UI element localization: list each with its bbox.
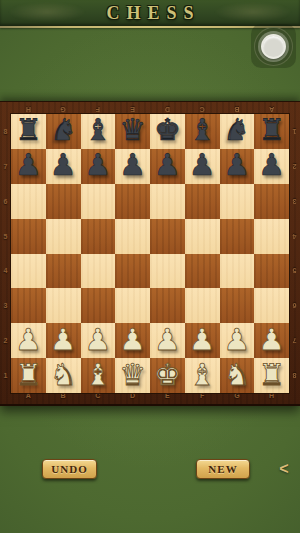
square-b1[interactable]: ♞ bbox=[46, 358, 81, 393]
square-d8[interactable]: ♛ bbox=[115, 114, 150, 149]
file-label: C bbox=[81, 392, 116, 402]
square-b5[interactable] bbox=[46, 219, 81, 254]
piece-white-bishop[interactable]: ♝ bbox=[189, 360, 216, 390]
piece-black-rook[interactable]: ♜ bbox=[15, 115, 42, 145]
piece-black-knight[interactable]: ♞ bbox=[223, 115, 250, 145]
square-b6[interactable] bbox=[46, 184, 81, 219]
square-b8[interactable]: ♞ bbox=[46, 114, 81, 149]
piece-white-pawn[interactable]: ♟ bbox=[223, 325, 250, 355]
square-h2[interactable]: ♟ bbox=[254, 323, 289, 358]
chess-board: ABCDEFGH 87654321 87654321 ABCDEFGH ♜♞♝♛… bbox=[0, 101, 300, 406]
piece-white-pawn[interactable]: ♟ bbox=[15, 325, 42, 355]
file-labels-bottom: ABCDEFGH bbox=[11, 392, 289, 402]
piece-black-pawn[interactable]: ♟ bbox=[154, 150, 181, 180]
square-h4[interactable] bbox=[254, 254, 289, 289]
square-c7[interactable]: ♟ bbox=[81, 149, 116, 184]
file-label: B bbox=[46, 392, 81, 402]
file-label: F bbox=[185, 392, 220, 402]
piece-black-pawn[interactable]: ♟ bbox=[223, 150, 250, 180]
rank-label: 7 bbox=[0, 149, 11, 184]
piece-black-queen[interactable]: ♛ bbox=[119, 115, 146, 145]
file-label: E bbox=[150, 392, 185, 402]
square-e7[interactable]: ♟ bbox=[150, 149, 185, 184]
chevron-left-icon[interactable]: < bbox=[275, 459, 293, 479]
piece-white-bishop[interactable]: ♝ bbox=[84, 360, 111, 390]
square-f3[interactable] bbox=[185, 288, 220, 323]
piece-black-rook[interactable]: ♜ bbox=[258, 115, 285, 145]
square-d1[interactable]: ♛ bbox=[115, 358, 150, 393]
app-header: CHESS bbox=[0, 0, 300, 26]
square-f7[interactable]: ♟ bbox=[185, 149, 220, 184]
rank-label: 4 bbox=[289, 219, 300, 254]
square-f5[interactable] bbox=[185, 219, 220, 254]
piece-black-pawn[interactable]: ♟ bbox=[84, 150, 111, 180]
turn-indicator-ring bbox=[254, 27, 293, 66]
file-label: A bbox=[11, 392, 46, 402]
square-b2[interactable]: ♟ bbox=[46, 323, 81, 358]
rank-label: 7 bbox=[289, 323, 300, 358]
rank-label: 6 bbox=[0, 184, 11, 219]
rank-label: 6 bbox=[289, 288, 300, 323]
rank-label: 5 bbox=[289, 254, 300, 289]
square-e5[interactable] bbox=[150, 219, 185, 254]
piece-black-pawn[interactable]: ♟ bbox=[258, 150, 285, 180]
square-c5[interactable] bbox=[81, 219, 116, 254]
square-h8[interactable]: ♜ bbox=[254, 114, 289, 149]
piece-black-pawn[interactable]: ♟ bbox=[15, 150, 42, 180]
file-label: H bbox=[254, 392, 289, 402]
chess-app-screen: CHESS ABCDEFGH 87654321 87654321 ABCDEFG… bbox=[0, 0, 300, 533]
square-g7[interactable]: ♟ bbox=[220, 149, 255, 184]
file-label: G bbox=[220, 392, 255, 402]
square-c2[interactable]: ♟ bbox=[81, 323, 116, 358]
square-d7[interactable]: ♟ bbox=[115, 149, 150, 184]
rank-label: 8 bbox=[289, 358, 300, 393]
rank-label: 8 bbox=[0, 114, 11, 149]
page-title: CHESS bbox=[0, 3, 300, 24]
square-h1[interactable]: ♜ bbox=[254, 358, 289, 393]
rank-label: 4 bbox=[0, 254, 11, 289]
board-squares: ♜♞♝♛♚♝♞♜♟♟♟♟♟♟♟♟♟♟♟♟♟♟♟♟♜♞♝♛♚♝♞♜ bbox=[11, 114, 289, 393]
square-d6[interactable] bbox=[115, 184, 150, 219]
square-g6[interactable] bbox=[220, 184, 255, 219]
square-e3[interactable] bbox=[150, 288, 185, 323]
square-h3[interactable] bbox=[254, 288, 289, 323]
piece-white-rook[interactable]: ♜ bbox=[15, 360, 42, 390]
square-e6[interactable] bbox=[150, 184, 185, 219]
square-d4[interactable] bbox=[115, 254, 150, 289]
square-c6[interactable] bbox=[81, 184, 116, 219]
square-h6[interactable] bbox=[254, 184, 289, 219]
white-turn-indicator-button[interactable] bbox=[251, 24, 296, 68]
square-a3[interactable] bbox=[11, 288, 46, 323]
square-a5[interactable] bbox=[11, 219, 46, 254]
piece-black-pawn[interactable]: ♟ bbox=[119, 150, 146, 180]
file-label: D bbox=[115, 392, 150, 402]
square-f1[interactable]: ♝ bbox=[185, 358, 220, 393]
square-d3[interactable] bbox=[115, 288, 150, 323]
piece-white-pawn[interactable]: ♟ bbox=[119, 325, 146, 355]
turn-indicator-inner-ring bbox=[258, 31, 289, 62]
square-e2[interactable]: ♟ bbox=[150, 323, 185, 358]
rank-labels-left: 87654321 bbox=[0, 114, 11, 393]
square-a4[interactable] bbox=[11, 254, 46, 289]
square-e4[interactable] bbox=[150, 254, 185, 289]
square-g4[interactable] bbox=[220, 254, 255, 289]
piece-white-knight[interactable]: ♞ bbox=[223, 360, 250, 390]
piece-black-pawn[interactable]: ♟ bbox=[50, 150, 77, 180]
square-g3[interactable] bbox=[220, 288, 255, 323]
square-f6[interactable] bbox=[185, 184, 220, 219]
piece-white-knight[interactable]: ♞ bbox=[50, 360, 77, 390]
square-c1[interactable]: ♝ bbox=[81, 358, 116, 393]
piece-white-rook[interactable]: ♜ bbox=[258, 360, 285, 390]
piece-white-pawn[interactable]: ♟ bbox=[84, 325, 111, 355]
square-g5[interactable] bbox=[220, 219, 255, 254]
square-a1[interactable]: ♜ bbox=[11, 358, 46, 393]
square-f4[interactable] bbox=[185, 254, 220, 289]
square-c3[interactable] bbox=[81, 288, 116, 323]
square-g1[interactable]: ♞ bbox=[220, 358, 255, 393]
piece-black-king[interactable]: ♚ bbox=[154, 115, 181, 145]
rank-labels-right: 87654321 bbox=[289, 114, 300, 393]
rank-label: 1 bbox=[0, 358, 11, 393]
white-circle-icon bbox=[261, 34, 286, 59]
rank-label: 3 bbox=[289, 184, 300, 219]
piece-black-bishop[interactable]: ♝ bbox=[84, 115, 111, 145]
square-h5[interactable] bbox=[254, 219, 289, 254]
piece-black-pawn[interactable]: ♟ bbox=[189, 150, 216, 180]
square-h7[interactable]: ♟ bbox=[254, 149, 289, 184]
square-a7[interactable]: ♟ bbox=[11, 149, 46, 184]
piece-white-pawn[interactable]: ♟ bbox=[154, 325, 181, 355]
square-f8[interactable]: ♝ bbox=[185, 114, 220, 149]
square-a8[interactable]: ♜ bbox=[11, 114, 46, 149]
square-f2[interactable]: ♟ bbox=[185, 323, 220, 358]
piece-white-pawn[interactable]: ♟ bbox=[189, 325, 216, 355]
piece-black-knight[interactable]: ♞ bbox=[50, 115, 77, 145]
square-g2[interactable]: ♟ bbox=[220, 323, 255, 358]
piece-white-queen[interactable]: ♛ bbox=[119, 360, 146, 390]
rank-label: 5 bbox=[0, 219, 11, 254]
square-c8[interactable]: ♝ bbox=[81, 114, 116, 149]
square-b3[interactable] bbox=[46, 288, 81, 323]
piece-white-pawn[interactable]: ♟ bbox=[258, 325, 285, 355]
square-a2[interactable]: ♟ bbox=[11, 323, 46, 358]
piece-white-king[interactable]: ♚ bbox=[154, 360, 181, 390]
square-d2[interactable]: ♟ bbox=[115, 323, 150, 358]
square-b4[interactable] bbox=[46, 254, 81, 289]
square-e1[interactable]: ♚ bbox=[150, 358, 185, 393]
rank-label: 2 bbox=[289, 149, 300, 184]
rank-label: 2 bbox=[0, 323, 11, 358]
piece-white-pawn[interactable]: ♟ bbox=[50, 325, 77, 355]
square-a6[interactable] bbox=[11, 184, 46, 219]
square-e8[interactable]: ♚ bbox=[150, 114, 185, 149]
square-d5[interactable] bbox=[115, 219, 150, 254]
piece-black-bishop[interactable]: ♝ bbox=[189, 115, 216, 145]
square-c4[interactable] bbox=[81, 254, 116, 289]
square-g8[interactable]: ♞ bbox=[220, 114, 255, 149]
undo-button[interactable]: UNDO bbox=[42, 459, 97, 479]
rank-label: 3 bbox=[0, 288, 11, 323]
new-game-button[interactable]: NEW bbox=[196, 459, 250, 479]
rank-label: 1 bbox=[289, 114, 300, 149]
square-b7[interactable]: ♟ bbox=[46, 149, 81, 184]
